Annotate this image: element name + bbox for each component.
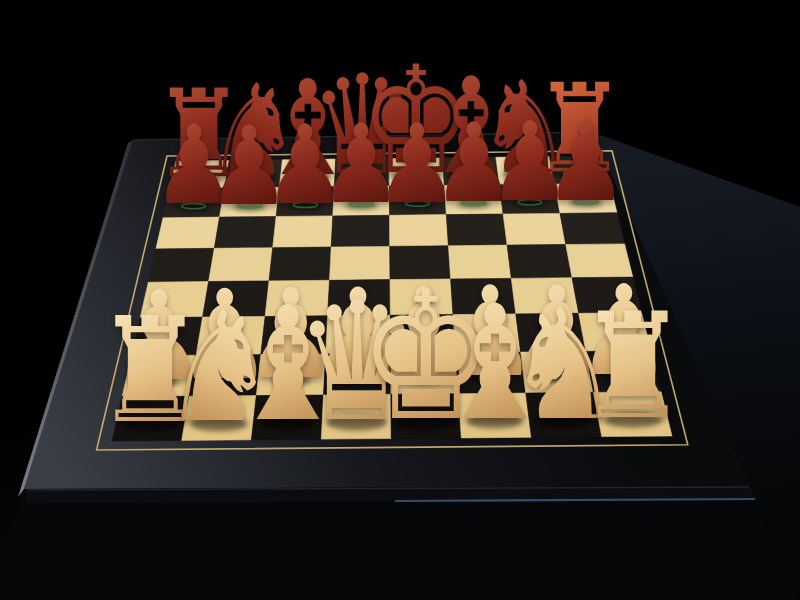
square-e3 bbox=[390, 315, 455, 354]
chess-board bbox=[0, 0, 800, 600]
square-f4 bbox=[451, 278, 516, 314]
square-a4 bbox=[140, 282, 208, 318]
square-f3 bbox=[453, 314, 521, 353]
square-c5 bbox=[269, 247, 331, 281]
square-d3 bbox=[326, 315, 391, 354]
square-c6 bbox=[273, 216, 333, 248]
table-surface-front bbox=[0, 486, 800, 600]
square-h6 bbox=[560, 213, 625, 245]
square-d4 bbox=[328, 280, 391, 316]
square-h2 bbox=[586, 351, 661, 393]
square-g5 bbox=[507, 245, 572, 279]
square-a5 bbox=[148, 248, 214, 282]
square-d2 bbox=[324, 353, 391, 395]
square-a2 bbox=[122, 355, 196, 397]
square-e2 bbox=[391, 353, 459, 395]
square-b4 bbox=[203, 281, 269, 317]
square-g2 bbox=[521, 351, 594, 393]
square-a3 bbox=[132, 317, 203, 356]
square-b6 bbox=[214, 217, 276, 249]
square-e4 bbox=[390, 279, 453, 315]
square-c3 bbox=[261, 316, 328, 355]
square-f6 bbox=[446, 214, 507, 246]
square-b5 bbox=[209, 248, 273, 282]
square-e5 bbox=[390, 246, 451, 280]
square-g6 bbox=[503, 213, 566, 245]
square-g3 bbox=[516, 313, 586, 352]
square-c4 bbox=[265, 280, 329, 316]
chess-photo-scene: ♜♞♝♛♚♝♞♜♟♟♟♟♟♟♟♟♟♟♟♟♟♟♟♟♜♞♝♛♚♝♞♜ bbox=[0, 0, 800, 600]
square-f2 bbox=[456, 352, 526, 394]
square-d5 bbox=[330, 246, 391, 280]
square-b3 bbox=[196, 317, 265, 356]
square-a6 bbox=[156, 217, 220, 249]
square-d6 bbox=[331, 215, 390, 247]
square-f5 bbox=[448, 245, 511, 279]
square-h5 bbox=[566, 244, 633, 278]
square-g4 bbox=[511, 278, 578, 314]
square-c2 bbox=[256, 354, 325, 396]
square-h4 bbox=[572, 277, 642, 313]
square-h3 bbox=[579, 313, 651, 352]
square-b2 bbox=[189, 355, 261, 397]
square-e6 bbox=[390, 215, 449, 247]
